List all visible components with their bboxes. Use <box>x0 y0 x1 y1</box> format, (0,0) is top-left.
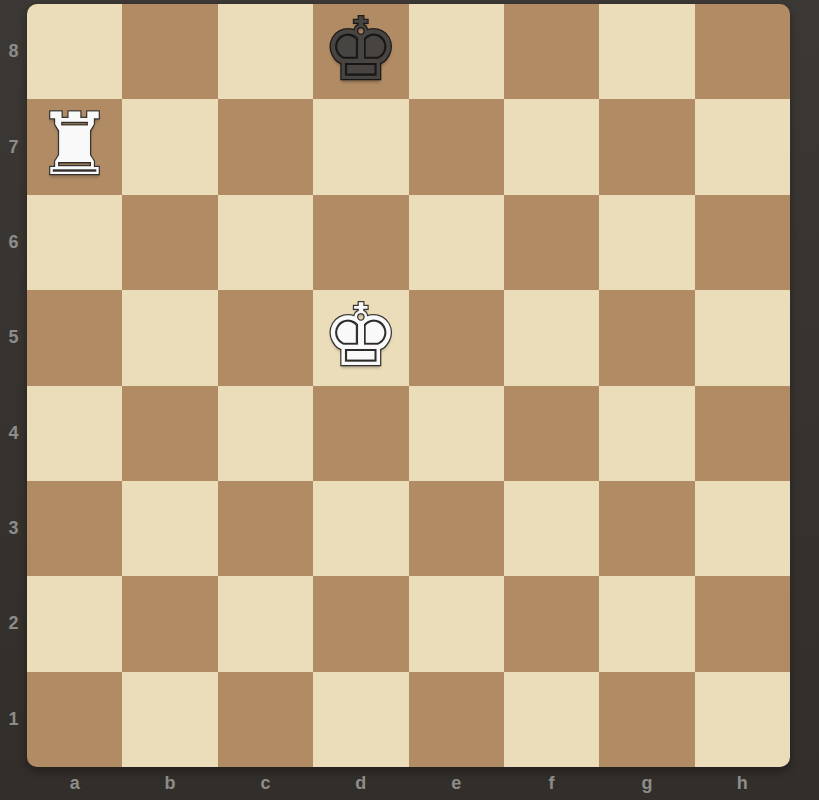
square-e7[interactable] <box>409 99 504 194</box>
file-label-d: d <box>313 767 408 800</box>
square-h4[interactable] <box>695 386 790 481</box>
rank-label-8: 8 <box>0 4 27 99</box>
file-label-c: c <box>218 767 313 800</box>
square-c4[interactable] <box>218 386 313 481</box>
square-d1[interactable] <box>313 672 408 767</box>
square-e4[interactable] <box>409 386 504 481</box>
file-label-b: b <box>122 767 217 800</box>
square-g2[interactable] <box>599 576 694 671</box>
square-a5[interactable] <box>27 290 122 385</box>
square-b7[interactable] <box>122 99 217 194</box>
square-h2[interactable] <box>695 576 790 671</box>
chess-app: 87654321 ♚♜♚ abcdefgh <box>0 0 819 800</box>
square-c7[interactable] <box>218 99 313 194</box>
rank-label-3: 3 <box>0 481 27 576</box>
square-f4[interactable] <box>504 386 599 481</box>
rank-label-5: 5 <box>0 290 27 385</box>
square-b4[interactable] <box>122 386 217 481</box>
square-f7[interactable] <box>504 99 599 194</box>
square-a2[interactable] <box>27 576 122 671</box>
square-g1[interactable] <box>599 672 694 767</box>
square-a7[interactable]: ♜ <box>27 99 122 194</box>
square-d6[interactable] <box>313 195 408 290</box>
square-c5[interactable] <box>218 290 313 385</box>
black-king[interactable]: ♚ <box>322 6 399 92</box>
square-c1[interactable] <box>218 672 313 767</box>
file-label-f: f <box>504 767 599 800</box>
rank-label-7: 7 <box>0 99 27 194</box>
square-a4[interactable] <box>27 386 122 481</box>
file-labels: abcdefgh <box>27 767 790 800</box>
square-e5[interactable] <box>409 290 504 385</box>
square-b6[interactable] <box>122 195 217 290</box>
file-label-h: h <box>695 767 790 800</box>
square-c2[interactable] <box>218 576 313 671</box>
square-f8[interactable] <box>504 4 599 99</box>
square-b5[interactable] <box>122 290 217 385</box>
square-c3[interactable] <box>218 481 313 576</box>
square-b3[interactable] <box>122 481 217 576</box>
square-d8[interactable]: ♚ <box>313 4 408 99</box>
square-d5[interactable]: ♚ <box>313 290 408 385</box>
file-label-a: a <box>27 767 122 800</box>
square-f2[interactable] <box>504 576 599 671</box>
square-d7[interactable] <box>313 99 408 194</box>
square-e2[interactable] <box>409 576 504 671</box>
square-d3[interactable] <box>313 481 408 576</box>
square-h5[interactable] <box>695 290 790 385</box>
rank-labels: 87654321 <box>0 4 27 767</box>
square-f3[interactable] <box>504 481 599 576</box>
square-b8[interactable] <box>122 4 217 99</box>
rank-label-4: 4 <box>0 386 27 481</box>
square-d4[interactable] <box>313 386 408 481</box>
square-f1[interactable] <box>504 672 599 767</box>
square-h7[interactable] <box>695 99 790 194</box>
square-c8[interactable] <box>218 4 313 99</box>
square-a8[interactable] <box>27 4 122 99</box>
square-g7[interactable] <box>599 99 694 194</box>
square-c6[interactable] <box>218 195 313 290</box>
square-h6[interactable] <box>695 195 790 290</box>
square-h1[interactable] <box>695 672 790 767</box>
chess-board: ♚♜♚ <box>27 4 790 767</box>
square-f6[interactable] <box>504 195 599 290</box>
square-g8[interactable] <box>599 4 694 99</box>
square-h8[interactable] <box>695 4 790 99</box>
square-a1[interactable] <box>27 672 122 767</box>
white-king[interactable]: ♚ <box>322 292 399 378</box>
white-rook[interactable]: ♜ <box>36 101 113 187</box>
square-f5[interactable] <box>504 290 599 385</box>
square-e1[interactable] <box>409 672 504 767</box>
rank-label-1: 1 <box>0 672 27 767</box>
square-e8[interactable] <box>409 4 504 99</box>
square-g4[interactable] <box>599 386 694 481</box>
square-b2[interactable] <box>122 576 217 671</box>
square-e3[interactable] <box>409 481 504 576</box>
square-h3[interactable] <box>695 481 790 576</box>
square-a3[interactable] <box>27 481 122 576</box>
square-e6[interactable] <box>409 195 504 290</box>
rank-label-6: 6 <box>0 195 27 290</box>
file-label-e: e <box>409 767 504 800</box>
square-b1[interactable] <box>122 672 217 767</box>
square-g6[interactable] <box>599 195 694 290</box>
square-d2[interactable] <box>313 576 408 671</box>
square-g5[interactable] <box>599 290 694 385</box>
file-label-g: g <box>599 767 694 800</box>
square-a6[interactable] <box>27 195 122 290</box>
square-g3[interactable] <box>599 481 694 576</box>
rank-label-2: 2 <box>0 576 27 671</box>
